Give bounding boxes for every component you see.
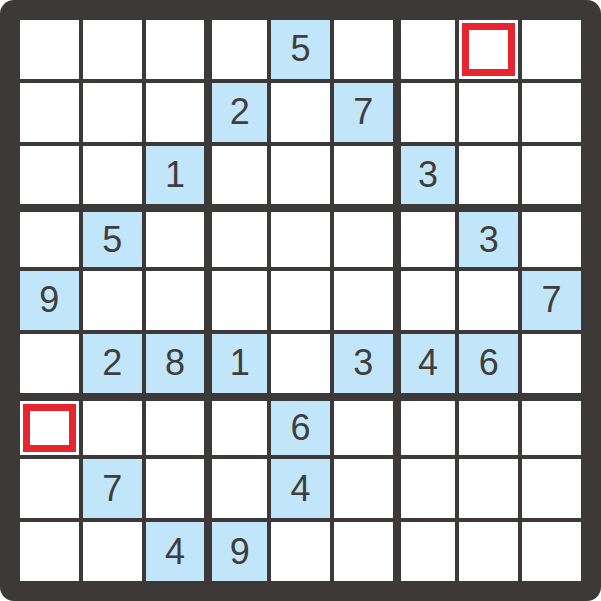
cell-r9c5[interactable]: [271, 522, 330, 581]
cell-r6c1[interactable]: [20, 334, 79, 393]
sudoku-grid: 52713539728134667449: [20, 20, 581, 581]
cell-r2c5[interactable]: [271, 83, 330, 142]
cell-r7c7[interactable]: [397, 397, 456, 456]
cell-digit: 7: [353, 94, 373, 130]
cell-digit: 4: [290, 471, 310, 507]
cell-r2c6[interactable]: 7: [334, 83, 393, 142]
cell-r2c9[interactable]: [522, 83, 581, 142]
cell-r9c6[interactable]: [334, 522, 393, 581]
cell-r9c1[interactable]: [20, 522, 79, 581]
cell-digit: 3: [418, 157, 438, 193]
cell-digit: 7: [102, 471, 122, 507]
cell-r4c5[interactable]: [271, 208, 330, 267]
cell-r5c4[interactable]: [208, 271, 267, 330]
cell-digit: 7: [542, 282, 562, 318]
cell-digit: 6: [479, 345, 499, 381]
red-marker: [462, 23, 515, 76]
cell-digit: 1: [165, 157, 185, 193]
cell-r8c1[interactable]: [20, 459, 79, 518]
cell-digit: 3: [479, 222, 499, 258]
cell-digit: 3: [353, 345, 373, 381]
cell-r6c9[interactable]: [522, 334, 581, 393]
cell-r2c8[interactable]: [459, 83, 518, 142]
cell-digit: 2: [102, 345, 122, 381]
cell-r9c2[interactable]: [83, 522, 142, 581]
cell-r6c6[interactable]: 3: [334, 334, 393, 393]
cell-r1c7[interactable]: [397, 20, 456, 79]
cell-r1c9[interactable]: [522, 20, 581, 79]
cell-r4c6[interactable]: [334, 208, 393, 267]
cell-r1c6[interactable]: [334, 20, 393, 79]
cell-r7c9[interactable]: [522, 397, 581, 456]
cell-r6c2[interactable]: 2: [83, 334, 142, 393]
cell-digit: 1: [230, 345, 250, 381]
cell-r4c4[interactable]: [208, 208, 267, 267]
cell-r5c5[interactable]: [271, 271, 330, 330]
cell-r4c1[interactable]: [20, 208, 79, 267]
cell-r5c6[interactable]: [334, 271, 393, 330]
cell-r4c8[interactable]: 3: [459, 208, 518, 267]
cell-r5c1[interactable]: 9: [20, 271, 79, 330]
cell-r4c2[interactable]: 5: [83, 208, 142, 267]
cell-r8c8[interactable]: [459, 459, 518, 518]
cell-r8c6[interactable]: [334, 459, 393, 518]
cell-r5c7[interactable]: [397, 271, 456, 330]
cell-r7c4[interactable]: [208, 397, 267, 456]
cell-r1c3[interactable]: [146, 20, 205, 79]
cell-r9c9[interactable]: [522, 522, 581, 581]
cell-r1c5[interactable]: 5: [271, 20, 330, 79]
cell-r3c3[interactable]: 1: [146, 146, 205, 205]
cell-r3c6[interactable]: [334, 146, 393, 205]
cell-r2c1[interactable]: [20, 83, 79, 142]
cell-r3c4[interactable]: [208, 146, 267, 205]
cell-r5c9[interactable]: 7: [522, 271, 581, 330]
cell-r1c8[interactable]: [459, 20, 518, 79]
cell-r7c6[interactable]: [334, 397, 393, 456]
cell-digit: 5: [290, 31, 310, 67]
cell-r9c4[interactable]: 9: [208, 522, 267, 581]
cell-r5c3[interactable]: [146, 271, 205, 330]
cell-r3c2[interactable]: [83, 146, 142, 205]
cell-r7c1[interactable]: [20, 397, 79, 456]
cell-r9c3[interactable]: 4: [146, 522, 205, 581]
cell-r7c3[interactable]: [146, 397, 205, 456]
cell-r7c8[interactable]: [459, 397, 518, 456]
cell-r4c9[interactable]: [522, 208, 581, 267]
cell-r3c8[interactable]: [459, 146, 518, 205]
cell-r3c5[interactable]: [271, 146, 330, 205]
cell-r4c7[interactable]: [397, 208, 456, 267]
cell-r4c3[interactable]: [146, 208, 205, 267]
cell-r8c7[interactable]: [397, 459, 456, 518]
sudoku-board: 52713539728134667449: [0, 0, 601, 601]
cell-digit: 2: [230, 94, 250, 130]
cell-r1c1[interactable]: [20, 20, 79, 79]
cell-r6c4[interactable]: 1: [208, 334, 267, 393]
cell-digit: 6: [290, 410, 310, 446]
cell-r1c2[interactable]: [83, 20, 142, 79]
cell-r3c1[interactable]: [20, 146, 79, 205]
red-marker: [23, 404, 76, 453]
cell-digit: 5: [102, 222, 122, 258]
cell-r6c8[interactable]: 6: [459, 334, 518, 393]
cell-r7c5[interactable]: 6: [271, 397, 330, 456]
cell-r3c7[interactable]: 3: [397, 146, 456, 205]
cell-r6c3[interactable]: 8: [146, 334, 205, 393]
cell-digit: 8: [165, 345, 185, 381]
cell-r2c4[interactable]: 2: [208, 83, 267, 142]
cell-r6c5[interactable]: [271, 334, 330, 393]
cell-r9c7[interactable]: [397, 522, 456, 581]
cell-r6c7[interactable]: 4: [397, 334, 456, 393]
cell-r8c9[interactable]: [522, 459, 581, 518]
cell-digit: 9: [39, 282, 59, 318]
cell-r5c8[interactable]: [459, 271, 518, 330]
cell-r9c8[interactable]: [459, 522, 518, 581]
cell-r2c2[interactable]: [83, 83, 142, 142]
cell-digit: 4: [418, 345, 438, 381]
cell-r3c9[interactable]: [522, 146, 581, 205]
cell-r5c2[interactable]: [83, 271, 142, 330]
cell-r8c4[interactable]: [208, 459, 267, 518]
cell-r8c2[interactable]: 7: [83, 459, 142, 518]
cell-r8c3[interactable]: [146, 459, 205, 518]
cell-r7c2[interactable]: [83, 397, 142, 456]
cell-r1c4[interactable]: [208, 20, 267, 79]
cell-r8c5[interactable]: 4: [271, 459, 330, 518]
cell-digit: 9: [230, 534, 250, 570]
cell-r2c7[interactable]: [397, 83, 456, 142]
cell-r2c3[interactable]: [146, 83, 205, 142]
cell-digit: 4: [165, 534, 185, 570]
